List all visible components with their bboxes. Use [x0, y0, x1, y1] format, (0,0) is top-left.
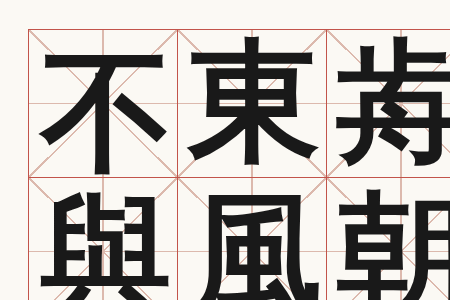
mizige-cell-r2c3: 朝	[327, 178, 450, 300]
mizige-cell-r1c3: 歬	[327, 30, 450, 178]
character-glyph: 歬	[336, 35, 450, 167]
mizige-cell-r1c1: 不	[29, 30, 178, 178]
grid-cells: 不 東 歬 與 風 朝	[29, 30, 450, 300]
mizige-cell-r2c2: 風	[178, 178, 327, 300]
mizige-grid-sheet: 不 東 歬 與 風 朝	[28, 29, 450, 300]
character-glyph: 與	[40, 191, 172, 300]
mizige-cell-r1c2: 東	[178, 30, 327, 178]
mizige-cell-r2c1: 與	[29, 178, 178, 300]
character-glyph: 風	[191, 188, 323, 300]
character-glyph: 不	[41, 46, 173, 178]
character-glyph: 朝	[338, 188, 450, 300]
character-glyph: 東	[188, 35, 320, 167]
copybook-page: 不 東 歬 與 風 朝	[0, 0, 450, 300]
